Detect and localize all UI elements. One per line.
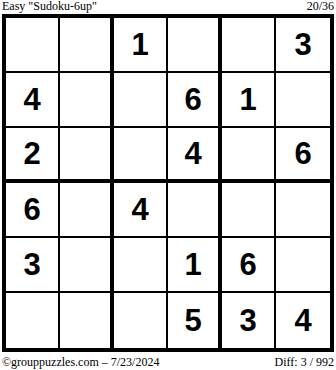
cell-r5c1[interactable]: 3: [6, 238, 60, 293]
cell-r4c4[interactable]: [168, 183, 222, 238]
puzzle-title: Easy "Sudoku-6up": [2, 0, 97, 13]
cell-r5c5[interactable]: 6: [222, 238, 276, 293]
cell-r1c5[interactable]: [222, 18, 276, 73]
cell-r5c6[interactable]: [276, 238, 330, 293]
cell-r6c6[interactable]: 4: [276, 293, 330, 348]
cell-r1c4[interactable]: [168, 18, 222, 73]
cell-r6c4[interactable]: 5: [168, 293, 222, 348]
cell-r1c2[interactable]: [60, 18, 114, 73]
cell-r2c6[interactable]: [276, 73, 330, 128]
cell-r6c2[interactable]: [60, 293, 114, 348]
cell-r1c3[interactable]: 1: [114, 18, 168, 73]
cell-r3c6[interactable]: 6: [276, 128, 330, 183]
cell-r2c3[interactable]: [114, 73, 168, 128]
sudoku-board: 1346124664316534: [2, 14, 334, 352]
cell-r4c2[interactable]: [60, 183, 114, 238]
clue-progress: 20/36: [307, 0, 334, 13]
cell-r6c5[interactable]: 3: [222, 293, 276, 348]
cell-r3c1[interactable]: 2: [6, 128, 60, 183]
cell-r3c3[interactable]: [114, 128, 168, 183]
cell-r4c3[interactable]: 4: [114, 183, 168, 238]
cell-r1c1[interactable]: [6, 18, 60, 73]
cell-r3c2[interactable]: [60, 128, 114, 183]
difficulty-label: Diff: 3 / 992: [275, 354, 334, 370]
cell-r2c2[interactable]: [60, 73, 114, 128]
cell-r4c6[interactable]: [276, 183, 330, 238]
cell-r5c4[interactable]: 1: [168, 238, 222, 293]
cell-r4c5[interactable]: [222, 183, 276, 238]
cell-r4c1[interactable]: 6: [6, 183, 60, 238]
cell-r3c5[interactable]: [222, 128, 276, 183]
cell-r5c2[interactable]: [60, 238, 114, 293]
cell-r5c3[interactable]: [114, 238, 168, 293]
cell-r6c3[interactable]: [114, 293, 168, 348]
page-footer: ©grouppuzzles.com – 7/23/2024 Diff: 3 / …: [2, 354, 334, 370]
page-header: Easy "Sudoku-6up" 20/36: [2, 0, 334, 14]
cell-r6c1[interactable]: [6, 293, 60, 348]
cell-r2c4[interactable]: 6: [168, 73, 222, 128]
cell-r2c5[interactable]: 1: [222, 73, 276, 128]
cell-r3c4[interactable]: 4: [168, 128, 222, 183]
copyright-credit: ©grouppuzzles.com – 7/23/2024: [2, 354, 159, 370]
cell-r1c6[interactable]: 3: [276, 18, 330, 73]
cell-r2c1[interactable]: 4: [6, 73, 60, 128]
